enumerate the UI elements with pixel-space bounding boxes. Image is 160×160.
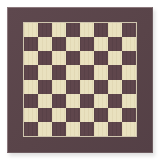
square-e1 (80, 122, 94, 136)
square-e4 (80, 80, 94, 94)
square-d2 (66, 108, 80, 122)
square-c2 (52, 108, 66, 122)
square-a2 (24, 108, 38, 122)
square-a3 (24, 94, 38, 108)
square-h8 (122, 23, 136, 37)
square-f4 (94, 80, 108, 94)
square-h4 (122, 80, 136, 94)
square-b6 (38, 51, 52, 65)
square-b7 (38, 37, 52, 51)
square-e8 (80, 23, 94, 37)
square-h6 (122, 51, 136, 65)
square-d4 (66, 80, 80, 94)
square-h7 (122, 37, 136, 51)
square-e6 (80, 51, 94, 65)
square-c5 (52, 65, 66, 79)
square-b1 (38, 122, 52, 136)
square-a5 (24, 65, 38, 79)
square-g8 (108, 23, 122, 37)
square-a4 (24, 80, 38, 94)
square-b5 (38, 65, 52, 79)
square-c7 (52, 37, 66, 51)
square-e3 (80, 94, 94, 108)
square-d1 (66, 122, 80, 136)
square-c6 (52, 51, 66, 65)
square-d6 (66, 51, 80, 65)
square-c3 (52, 94, 66, 108)
square-b8 (38, 23, 52, 37)
square-d8 (66, 23, 80, 37)
square-c4 (52, 80, 66, 94)
square-a1 (24, 122, 38, 136)
square-a8 (24, 23, 38, 37)
product-photo-background (0, 0, 160, 160)
square-f2 (94, 108, 108, 122)
board-playfield (23, 22, 138, 137)
square-f1 (94, 122, 108, 136)
square-e7 (80, 37, 94, 51)
square-g5 (108, 65, 122, 79)
square-g6 (108, 51, 122, 65)
chess-board (7, 7, 153, 153)
square-d7 (66, 37, 80, 51)
square-f5 (94, 65, 108, 79)
square-d5 (66, 65, 80, 79)
square-g3 (108, 94, 122, 108)
square-f6 (94, 51, 108, 65)
square-a6 (24, 51, 38, 65)
square-h3 (122, 94, 136, 108)
square-b3 (38, 94, 52, 108)
square-c8 (52, 23, 66, 37)
square-a7 (24, 37, 38, 51)
square-f3 (94, 94, 108, 108)
square-b2 (38, 108, 52, 122)
square-g4 (108, 80, 122, 94)
square-g1 (108, 122, 122, 136)
square-f8 (94, 23, 108, 37)
square-e5 (80, 65, 94, 79)
square-b4 (38, 80, 52, 94)
square-h2 (122, 108, 136, 122)
square-g7 (108, 37, 122, 51)
square-d3 (66, 94, 80, 108)
square-e2 (80, 108, 94, 122)
square-h1 (122, 122, 136, 136)
square-f7 (94, 37, 108, 51)
square-c1 (52, 122, 66, 136)
square-h5 (122, 65, 136, 79)
square-g2 (108, 108, 122, 122)
